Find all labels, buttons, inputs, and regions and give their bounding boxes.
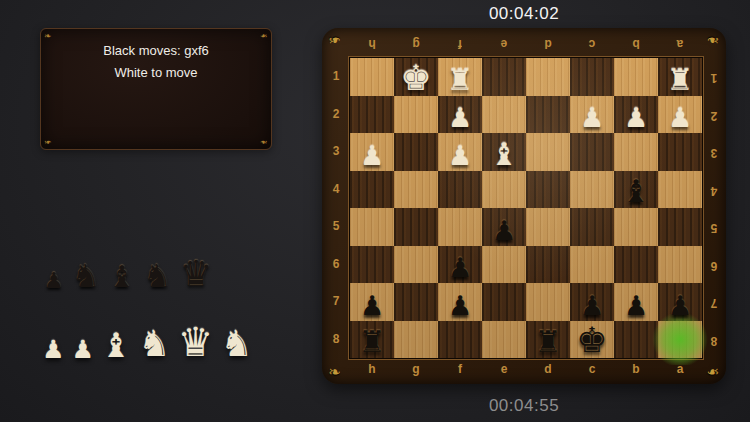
coord-label-2: 2 [703,96,725,134]
captured-white-bishop: ♝ [101,328,131,362]
square-h6[interactable] [350,246,394,284]
square-b7[interactable]: ♟ [614,283,658,321]
coord-label-g: g [394,358,438,380]
white-pawn[interactable]: ♟ [658,105,702,132]
corner-flourish-icon: ❧ [328,364,341,379]
corner-flourish-icon: ❧ [707,33,720,48]
square-h2[interactable] [350,96,394,134]
square-g5[interactable] [394,208,438,246]
captured-white-pieces-tray: ♟♟♝♞♛♞ [42,302,253,362]
square-f4[interactable] [438,171,482,209]
board-squares: ♚♜♜♟♟♟♟♟♟♝♝♟♟♟♟♟♟♟♜♜♚ [350,58,702,358]
black-bishop[interactable]: ♝ [614,176,658,207]
coord-label-2: 2 [325,96,347,134]
square-e4[interactable] [482,171,526,209]
coord-label-g: g [394,33,438,55]
square-d7[interactable] [526,283,570,321]
coord-label-8: 8 [325,321,347,359]
square-e1[interactable] [482,58,526,96]
square-b3[interactable] [614,133,658,171]
square-h4[interactable] [350,171,394,209]
coord-label-3: 3 [325,133,347,171]
white-pawn[interactable]: ♟ [570,105,614,132]
coord-label-b: b [614,33,658,55]
square-e6[interactable] [482,246,526,284]
square-c8[interactable]: ♚ [570,321,614,359]
coord-label-3: 3 [703,133,725,171]
square-a4[interactable] [658,171,702,209]
square-a7[interactable]: ♟ [658,283,702,321]
corner-flourish-icon: ❧ [260,137,268,146]
coord-label-1: 1 [703,58,725,96]
square-h8[interactable]: ♜ [350,321,394,359]
square-d1[interactable] [526,58,570,96]
square-g3[interactable] [394,133,438,171]
corner-flourish-icon: ❧ [44,137,52,146]
square-c3[interactable] [570,133,614,171]
square-c7[interactable]: ♟ [570,283,614,321]
square-a1[interactable]: ♜ [658,58,702,96]
black-king[interactable]: ♚ [570,322,614,357]
coord-label-4: 4 [703,171,725,209]
square-e7[interactable] [482,283,526,321]
square-e8[interactable] [482,321,526,359]
black-pawn[interactable]: ♟ [438,293,482,320]
square-c5[interactable] [570,208,614,246]
square-b6[interactable] [614,246,658,284]
black-pawn[interactable]: ♟ [570,293,614,320]
square-e5[interactable]: ♟ [482,208,526,246]
square-f1[interactable]: ♜ [438,58,482,96]
black-rook[interactable]: ♜ [526,327,570,357]
black-pawn[interactable]: ♟ [658,293,702,320]
square-h5[interactable] [350,208,394,246]
file-labels-top: hgfedcba [350,33,702,55]
square-h7[interactable]: ♟ [350,283,394,321]
coord-label-a: a [658,33,702,55]
coord-label-f: f [438,33,482,55]
square-f2[interactable]: ♟ [438,96,482,134]
captured-white-pawn: ♟ [42,337,64,362]
white-pawn[interactable]: ♟ [438,105,482,132]
captured-black-knight: ♞ [143,260,172,292]
coord-label-a: a [658,358,702,380]
coord-label-1: 1 [325,58,347,96]
coord-label-d: d [526,33,570,55]
white-clock: 00:04:55 [322,396,726,416]
square-e3[interactable]: ♝ [482,133,526,171]
captured-black-pieces-tray: ♟♞♝♞♛ [44,244,212,292]
black-pawn[interactable]: ♟ [614,293,658,320]
square-a5[interactable] [658,208,702,246]
turn-indicator-text: White to move [41,65,271,80]
highlight-glow [651,314,709,366]
white-bishop[interactable]: ♝ [482,139,526,170]
square-d6[interactable] [526,246,570,284]
square-d8[interactable]: ♜ [526,321,570,359]
coord-label-8: 8 [703,321,725,359]
white-pawn[interactable]: ♟ [350,143,394,170]
coord-label-b: b [614,358,658,380]
square-b1[interactable] [614,58,658,96]
coord-label-c: c [570,358,614,380]
corner-flourish-icon: ❧ [707,364,720,379]
square-g2[interactable] [394,96,438,134]
rank-labels-right: 12345678 [703,58,725,358]
captured-white-knight: ♞ [220,326,252,362]
square-b8[interactable] [614,321,658,359]
square-a2[interactable]: ♟ [658,96,702,134]
coord-label-h: h [350,358,394,380]
captured-white-pawn: ♟ [71,337,93,362]
move-info-panel: ❧ ❧ ❧ ❧ Black moves: gxf6 White to move [40,28,272,150]
square-f3[interactable]: ♟ [438,133,482,171]
black-rook[interactable]: ♜ [350,327,394,357]
captured-black-bishop: ♝ [108,262,135,292]
black-clock: 00:04:02 [322,4,726,24]
captured-black-pawn: ♟ [44,270,64,292]
black-pawn[interactable]: ♟ [482,218,526,245]
coord-label-e: e [482,33,526,55]
square-c1[interactable] [570,58,614,96]
corner-flourish-icon: ❧ [44,32,52,41]
app-window: 00:04:02 ❧ ❧ ❧ ❧ Black moves: gxf6 White… [0,0,750,422]
captured-black-knight: ♞ [72,260,101,292]
file-labels-bottom: hgfedcba [350,358,702,380]
coord-label-h: h [350,33,394,55]
white-rook[interactable]: ♜ [438,65,482,95]
black-pawn[interactable]: ♟ [438,255,482,282]
square-d2[interactable] [526,96,570,134]
coord-label-7: 7 [703,283,725,321]
square-c2[interactable]: ♟ [570,96,614,134]
coord-label-d: d [526,358,570,380]
coord-label-7: 7 [325,283,347,321]
captured-white-knight: ♞ [138,326,170,362]
square-b5[interactable] [614,208,658,246]
square-d5[interactable] [526,208,570,246]
square-b4[interactable]: ♝ [614,171,658,209]
square-g1[interactable]: ♚ [394,58,438,96]
coord-label-6: 6 [703,246,725,284]
square-e2[interactable] [482,96,526,134]
corner-flourish-icon: ❧ [328,33,341,48]
white-pawn[interactable]: ♟ [614,105,658,132]
coord-label-e: e [482,358,526,380]
coord-label-5: 5 [703,208,725,246]
square-h1[interactable] [350,58,394,96]
square-f8[interactable] [438,321,482,359]
coord-label-6: 6 [325,246,347,284]
square-a6[interactable] [658,246,702,284]
last-move-text: Black moves: gxf6 [41,43,271,58]
square-g7[interactable] [394,283,438,321]
coord-label-5: 5 [325,208,347,246]
chess-board: ❧ ❧ ❧ ❧ hgfedcba hgfedcba 12345678 12345… [322,28,726,384]
square-g8[interactable] [394,321,438,359]
square-a8[interactable] [658,321,702,359]
coord-label-4: 4 [325,171,347,209]
square-f7[interactable]: ♟ [438,283,482,321]
white-rook[interactable]: ♜ [658,65,702,95]
square-g6[interactable] [394,246,438,284]
corner-flourish-icon: ❧ [260,32,268,41]
square-g4[interactable] [394,171,438,209]
white-king[interactable]: ♚ [394,60,438,95]
captured-black-queen: ♛ [180,256,212,292]
captured-white-queen: ♛ [178,322,214,362]
square-c4[interactable] [570,171,614,209]
white-pawn[interactable]: ♟ [438,143,482,170]
square-f5[interactable] [438,208,482,246]
square-h3[interactable]: ♟ [350,133,394,171]
rank-labels-left: 12345678 [325,58,347,358]
coord-label-c: c [570,33,614,55]
square-a3[interactable] [658,133,702,171]
square-d3[interactable] [526,133,570,171]
square-c6[interactable] [570,246,614,284]
square-f6[interactable]: ♟ [438,246,482,284]
square-b2[interactable]: ♟ [614,96,658,134]
coord-label-f: f [438,358,482,380]
black-pawn[interactable]: ♟ [350,293,394,320]
square-d4[interactable] [526,171,570,209]
